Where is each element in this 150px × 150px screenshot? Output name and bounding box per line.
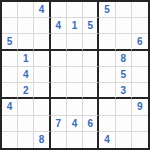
- cell-r8c2[interactable]: [18, 116, 34, 132]
- cell-r4c8[interactable]: 8: [116, 51, 132, 67]
- cell-r1c7[interactable]: 5: [99, 2, 115, 18]
- cell-r4c7[interactable]: [99, 51, 115, 67]
- cell-r5c1[interactable]: [2, 67, 18, 83]
- cell-r7c6[interactable]: [83, 99, 99, 115]
- cell-r5c5[interactable]: [67, 67, 83, 83]
- cell-r6c4[interactable]: [51, 83, 67, 99]
- cell-r9c4[interactable]: [51, 132, 67, 148]
- cell-r7c5[interactable]: [67, 99, 83, 115]
- cell-r8c1[interactable]: [2, 116, 18, 132]
- cell-r1c1[interactable]: [2, 2, 18, 18]
- cell-r6c2[interactable]: 2: [18, 83, 34, 99]
- cell-r3c9[interactable]: 6: [132, 34, 148, 50]
- cell-r8c4[interactable]: 7: [51, 116, 67, 132]
- cell-r6c9[interactable]: [132, 83, 148, 99]
- cell-r8c3[interactable]: [34, 116, 50, 132]
- cell-r9c8[interactable]: [116, 132, 132, 148]
- cell-r3c5[interactable]: [67, 34, 83, 50]
- cell-r6c3[interactable]: [34, 83, 50, 99]
- cell-r4c4[interactable]: [51, 51, 67, 67]
- sudoku-board: 45415561845234974684: [0, 0, 150, 150]
- cell-r7c8[interactable]: [116, 99, 132, 115]
- cell-r9c1[interactable]: [2, 132, 18, 148]
- cell-r5c2[interactable]: 4: [18, 67, 34, 83]
- cell-r9c7[interactable]: 4: [99, 132, 115, 148]
- cell-r5c7[interactable]: [99, 67, 115, 83]
- cell-r5c3[interactable]: [34, 67, 50, 83]
- cell-r9c5[interactable]: [67, 132, 83, 148]
- cell-r2c3[interactable]: [34, 18, 50, 34]
- cell-r5c4[interactable]: [51, 67, 67, 83]
- cell-r8c8[interactable]: [116, 116, 132, 132]
- cell-r6c5[interactable]: [67, 83, 83, 99]
- cell-r9c3[interactable]: 8: [34, 132, 50, 148]
- cell-r1c5[interactable]: [67, 2, 83, 18]
- cell-r1c6[interactable]: [83, 2, 99, 18]
- cell-r3c1[interactable]: 5: [2, 34, 18, 50]
- cell-r4c1[interactable]: [2, 51, 18, 67]
- cell-r6c7[interactable]: [99, 83, 115, 99]
- cell-r2c7[interactable]: [99, 18, 115, 34]
- cell-r8c5[interactable]: 4: [67, 116, 83, 132]
- cell-r3c7[interactable]: [99, 34, 115, 50]
- cell-r6c8[interactable]: 3: [116, 83, 132, 99]
- cell-r7c7[interactable]: [99, 99, 115, 115]
- cell-r2c4[interactable]: 4: [51, 18, 67, 34]
- cell-r5c9[interactable]: [132, 67, 148, 83]
- cell-r4c9[interactable]: [132, 51, 148, 67]
- cell-r1c8[interactable]: [116, 2, 132, 18]
- cell-r3c8[interactable]: [116, 34, 132, 50]
- cell-r2c6[interactable]: 5: [83, 18, 99, 34]
- cell-r7c1[interactable]: 4: [2, 99, 18, 115]
- cell-r4c6[interactable]: [83, 51, 99, 67]
- cell-r8c9[interactable]: [132, 116, 148, 132]
- cell-r2c2[interactable]: [18, 18, 34, 34]
- cell-r2c9[interactable]: [132, 18, 148, 34]
- cell-r4c2[interactable]: 1: [18, 51, 34, 67]
- cell-r6c1[interactable]: [2, 83, 18, 99]
- cell-r7c4[interactable]: [51, 99, 67, 115]
- cell-r2c1[interactable]: [2, 18, 18, 34]
- cell-r3c6[interactable]: [83, 34, 99, 50]
- cell-r4c5[interactable]: [67, 51, 83, 67]
- cell-r8c6[interactable]: 6: [83, 116, 99, 132]
- cell-r6c6[interactable]: [83, 83, 99, 99]
- cell-r1c9[interactable]: [132, 2, 148, 18]
- cell-r4c3[interactable]: [34, 51, 50, 67]
- cell-r7c3[interactable]: [34, 99, 50, 115]
- cell-r9c2[interactable]: [18, 132, 34, 148]
- cell-r2c8[interactable]: [116, 18, 132, 34]
- cell-r3c4[interactable]: [51, 34, 67, 50]
- cell-r1c3[interactable]: 4: [34, 2, 50, 18]
- cell-r9c9[interactable]: [132, 132, 148, 148]
- cell-r5c8[interactable]: 5: [116, 67, 132, 83]
- cell-r1c2[interactable]: [18, 2, 34, 18]
- cell-r3c3[interactable]: [34, 34, 50, 50]
- cell-r7c9[interactable]: 9: [132, 99, 148, 115]
- cell-r9c6[interactable]: [83, 132, 99, 148]
- cell-r7c2[interactable]: [18, 99, 34, 115]
- cell-r5c6[interactable]: [83, 67, 99, 83]
- cell-r8c7[interactable]: [99, 116, 115, 132]
- cell-r1c4[interactable]: [51, 2, 67, 18]
- cell-r3c2[interactable]: [18, 34, 34, 50]
- cell-r2c5[interactable]: 1: [67, 18, 83, 34]
